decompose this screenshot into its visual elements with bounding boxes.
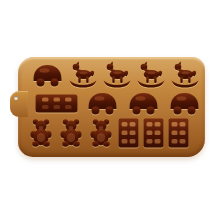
car-cavity	[86, 90, 119, 117]
car-cavity	[31, 62, 64, 89]
rocking-horse-cavity	[136, 60, 166, 90]
cavity-grid	[18, 57, 205, 157]
brick-vertical-cavity	[168, 118, 189, 148]
rocking-horse-cavity	[170, 60, 200, 90]
top-row	[31, 60, 205, 90]
bear-cavity	[58, 118, 84, 147]
car-cavity	[127, 90, 160, 117]
bottom-row	[28, 118, 205, 148]
bear-cavity	[28, 118, 54, 147]
rocking-horse-cavity	[102, 60, 132, 90]
silicone-chocolate-mold	[18, 57, 205, 157]
photo-background	[0, 0, 220, 220]
middle-row	[35, 92, 205, 114]
bear-cavity	[88, 118, 114, 147]
rocking-horse-cavity	[68, 60, 98, 90]
brick-vertical-cavity	[143, 118, 164, 148]
car-cavity	[168, 90, 201, 117]
brick-horizontal-cavity	[35, 94, 78, 113]
brick-vertical-cavity	[118, 118, 139, 148]
